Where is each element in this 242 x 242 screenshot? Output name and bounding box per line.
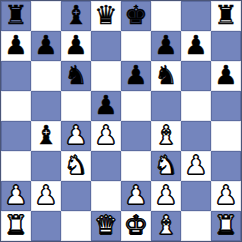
square-f1[interactable]: ♝ xyxy=(151,211,181,241)
square-h3[interactable] xyxy=(211,151,241,181)
square-d3[interactable] xyxy=(91,151,121,181)
piece-white-pawn: ♟ xyxy=(94,121,117,150)
piece-white-bishop: ♝ xyxy=(154,211,177,240)
square-a8[interactable]: ♜ xyxy=(1,1,31,31)
piece-black-pawn: ♟ xyxy=(124,61,147,90)
square-g6[interactable] xyxy=(181,61,211,91)
square-g3[interactable]: ♟ xyxy=(181,151,211,181)
square-e3[interactable] xyxy=(121,151,151,181)
square-a2[interactable]: ♟ xyxy=(1,181,31,211)
square-h7[interactable] xyxy=(211,31,241,61)
piece-black-pawn: ♟ xyxy=(34,31,57,60)
square-d6[interactable] xyxy=(91,61,121,91)
square-c3[interactable]: ♞ xyxy=(61,151,91,181)
square-h2[interactable]: ♟ xyxy=(211,181,241,211)
square-b7[interactable]: ♟ xyxy=(31,31,61,61)
piece-black-rook: ♜ xyxy=(4,1,27,30)
square-f6[interactable]: ♞ xyxy=(151,61,181,91)
chess-board-container: ♜♝♛♚♜♟♟♟♟♟♞♟♞♟♟♝♟♟♝♞♞♟♟♟♟♟♟♜♛♚♝♜ xyxy=(0,0,242,242)
square-a5[interactable] xyxy=(1,91,31,121)
piece-black-knight: ♞ xyxy=(64,61,87,90)
piece-white-knight: ♞ xyxy=(64,151,87,180)
chess-board: ♜♝♛♚♜♟♟♟♟♟♞♟♞♟♟♝♟♟♝♞♞♟♟♟♟♟♟♜♛♚♝♜ xyxy=(0,0,242,242)
square-a7[interactable]: ♟ xyxy=(1,31,31,61)
square-h6[interactable]: ♟ xyxy=(211,61,241,91)
piece-black-knight: ♞ xyxy=(154,61,177,90)
square-c8[interactable]: ♝ xyxy=(61,1,91,31)
square-e1[interactable]: ♚ xyxy=(121,211,151,241)
square-b4[interactable]: ♝ xyxy=(31,121,61,151)
square-b5[interactable] xyxy=(31,91,61,121)
square-h4[interactable] xyxy=(211,121,241,151)
square-c6[interactable]: ♞ xyxy=(61,61,91,91)
piece-black-rook: ♜ xyxy=(214,1,237,30)
square-a1[interactable]: ♜ xyxy=(1,211,31,241)
square-e8[interactable]: ♚ xyxy=(121,1,151,31)
square-g2[interactable] xyxy=(181,181,211,211)
piece-white-pawn: ♟ xyxy=(34,181,57,210)
square-b6[interactable] xyxy=(31,61,61,91)
square-f8[interactable] xyxy=(151,1,181,31)
piece-black-pawn: ♟ xyxy=(64,31,87,60)
square-f7[interactable]: ♟ xyxy=(151,31,181,61)
square-d4[interactable]: ♟ xyxy=(91,121,121,151)
square-e4[interactable] xyxy=(121,121,151,151)
piece-black-bishop: ♝ xyxy=(34,121,57,150)
square-c7[interactable]: ♟ xyxy=(61,31,91,61)
piece-black-queen: ♛ xyxy=(94,1,117,30)
piece-white-pawn: ♟ xyxy=(124,181,147,210)
square-e2[interactable]: ♟ xyxy=(121,181,151,211)
square-e5[interactable] xyxy=(121,91,151,121)
square-h1[interactable]: ♜ xyxy=(211,211,241,241)
piece-white-queen: ♛ xyxy=(94,211,117,240)
square-b2[interactable]: ♟ xyxy=(31,181,61,211)
square-g4[interactable] xyxy=(181,121,211,151)
square-g8[interactable] xyxy=(181,1,211,31)
square-b1[interactable] xyxy=(31,211,61,241)
piece-black-king: ♚ xyxy=(124,1,147,30)
square-g1[interactable] xyxy=(181,211,211,241)
piece-white-pawn: ♟ xyxy=(184,151,207,180)
piece-white-king: ♚ xyxy=(124,211,147,240)
square-e6[interactable]: ♟ xyxy=(121,61,151,91)
piece-white-pawn: ♟ xyxy=(64,121,87,150)
square-d5[interactable]: ♟ xyxy=(91,91,121,121)
piece-black-pawn: ♟ xyxy=(94,91,117,120)
piece-white-bishop: ♝ xyxy=(154,121,177,150)
piece-black-pawn: ♟ xyxy=(154,31,177,60)
square-d8[interactable]: ♛ xyxy=(91,1,121,31)
square-a6[interactable] xyxy=(1,61,31,91)
square-c4[interactable]: ♟ xyxy=(61,121,91,151)
piece-black-bishop: ♝ xyxy=(64,1,87,30)
piece-white-pawn: ♟ xyxy=(154,181,177,210)
square-e7[interactable] xyxy=(121,31,151,61)
piece-black-pawn: ♟ xyxy=(4,31,27,60)
square-c2[interactable] xyxy=(61,181,91,211)
square-f2[interactable]: ♟ xyxy=(151,181,181,211)
square-d1[interactable]: ♛ xyxy=(91,211,121,241)
piece-black-pawn: ♟ xyxy=(184,31,207,60)
piece-black-pawn: ♟ xyxy=(214,61,237,90)
square-f3[interactable]: ♞ xyxy=(151,151,181,181)
piece-white-pawn: ♟ xyxy=(4,181,27,210)
square-c1[interactable] xyxy=(61,211,91,241)
square-g7[interactable]: ♟ xyxy=(181,31,211,61)
square-b8[interactable] xyxy=(31,1,61,31)
square-d7[interactable] xyxy=(91,31,121,61)
piece-white-knight: ♞ xyxy=(154,151,177,180)
square-h5[interactable] xyxy=(211,91,241,121)
piece-white-rook: ♜ xyxy=(4,211,27,240)
square-d2[interactable] xyxy=(91,181,121,211)
square-c5[interactable] xyxy=(61,91,91,121)
square-f5[interactable] xyxy=(151,91,181,121)
square-a4[interactable] xyxy=(1,121,31,151)
piece-white-pawn: ♟ xyxy=(214,181,237,210)
square-b3[interactable] xyxy=(31,151,61,181)
piece-white-rook: ♜ xyxy=(214,211,237,240)
square-g5[interactable] xyxy=(181,91,211,121)
square-a3[interactable] xyxy=(1,151,31,181)
square-f4[interactable]: ♝ xyxy=(151,121,181,151)
square-h8[interactable]: ♜ xyxy=(211,1,241,31)
